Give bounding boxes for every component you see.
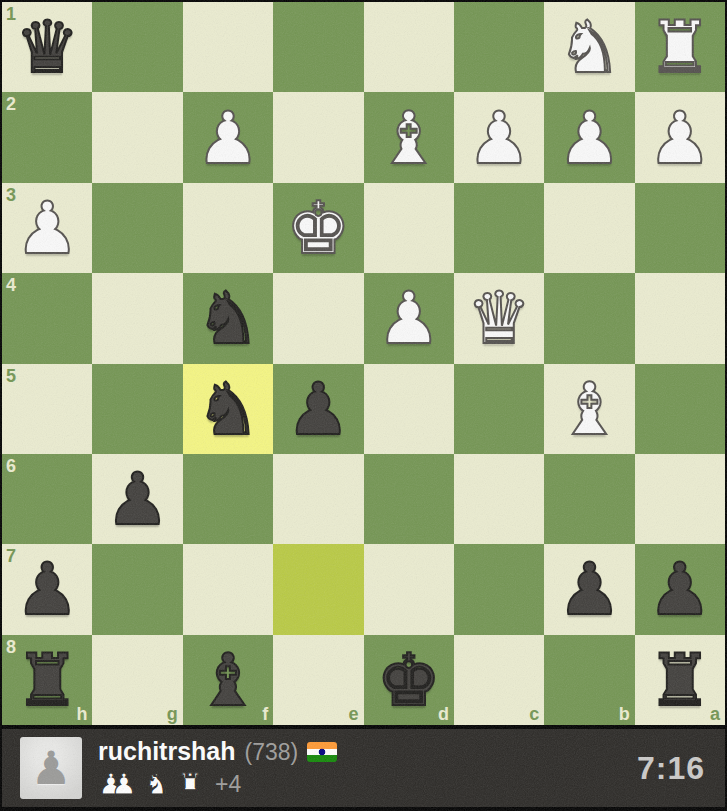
square-g4[interactable] — [92, 273, 182, 363]
square-c2[interactable]: ♟ — [454, 92, 544, 182]
square-f8[interactable]: f♝ — [183, 635, 273, 725]
rank-label-6: 6 — [6, 457, 16, 475]
square-e5[interactable]: ♟ — [273, 364, 363, 454]
square-h4[interactable]: 4 — [2, 273, 92, 363]
square-h6[interactable]: 6 — [2, 454, 92, 544]
square-f2[interactable]: ♟ — [183, 92, 273, 182]
player-rating: (738) — [245, 739, 299, 766]
player-name-row: ruchitrshah (738) — [98, 737, 337, 766]
file-label-e: e — [348, 705, 358, 723]
square-h3[interactable]: 3♟ — [2, 183, 92, 273]
square-a6[interactable] — [635, 454, 725, 544]
square-d7[interactable] — [364, 544, 454, 634]
black-knight[interactable]: ♞ — [183, 364, 273, 454]
square-a2[interactable]: ♟ — [635, 92, 725, 182]
square-a1[interactable]: ♜ — [635, 2, 725, 92]
square-h2[interactable]: 2 — [2, 92, 92, 182]
black-pawn[interactable]: ♟ — [2, 544, 92, 634]
square-g6[interactable]: ♟ — [92, 454, 182, 544]
file-label-c: c — [529, 705, 539, 723]
black-rook[interactable]: ♜ — [2, 635, 92, 725]
material-advantage: +4 — [215, 771, 241, 798]
square-e1[interactable] — [273, 2, 363, 92]
white-pawn[interactable]: ♟ — [635, 92, 725, 182]
square-f3[interactable] — [183, 183, 273, 273]
square-b6[interactable] — [544, 454, 634, 544]
square-f6[interactable] — [183, 454, 273, 544]
square-e6[interactable] — [273, 454, 363, 544]
rank-label-4: 4 — [6, 276, 16, 294]
rank-label-2: 2 — [6, 95, 16, 113]
black-king[interactable]: ♚ — [364, 635, 454, 725]
square-a4[interactable] — [635, 273, 725, 363]
square-f4[interactable]: ♞ — [183, 273, 273, 363]
player-clock: 7:16 — [637, 750, 705, 787]
square-e2[interactable] — [273, 92, 363, 182]
square-d5[interactable] — [364, 364, 454, 454]
captured-pieces: ♟♟♞♜+4 — [98, 769, 337, 799]
rank-label-5: 5 — [6, 367, 16, 385]
black-knight[interactable]: ♞ — [183, 273, 273, 363]
white-queen[interactable]: ♛ — [454, 273, 544, 363]
square-h1[interactable]: 1♛ — [2, 2, 92, 92]
white-rook[interactable]: ♜ — [635, 2, 725, 92]
square-b4[interactable] — [544, 273, 634, 363]
square-e4[interactable] — [273, 273, 363, 363]
square-c1[interactable] — [454, 2, 544, 92]
square-f5[interactable]: ♞ — [183, 364, 273, 454]
square-a8[interactable]: a♜ — [635, 635, 725, 725]
chess-board: 1♛♞♜2♟♝♟♟♟3♟♚4♞♟♛5♞♟♝6♟7♟♟♟8h♜gf♝ed♚cba♜ — [2, 2, 725, 725]
square-d3[interactable] — [364, 183, 454, 273]
black-bishop[interactable]: ♝ — [183, 635, 273, 725]
white-pawn[interactable]: ♟ — [544, 92, 634, 182]
white-bishop[interactable]: ♝ — [544, 364, 634, 454]
square-g1[interactable] — [92, 2, 182, 92]
captured-rook-icon: ♜ — [177, 770, 203, 799]
game-screen: 1♛♞♜2♟♝♟♟♟3♟♚4♞♟♛5♞♟♝6♟7♟♟♟8h♜gf♝ed♚cba♜… — [0, 0, 727, 811]
square-c5[interactable] — [454, 364, 544, 454]
square-f1[interactable] — [183, 2, 273, 92]
player-username[interactable]: ruchitrshah — [98, 737, 236, 766]
square-c8[interactable]: c — [454, 635, 544, 725]
square-a7[interactable]: ♟ — [635, 544, 725, 634]
square-h8[interactable]: 8h♜ — [2, 635, 92, 725]
black-queen[interactable]: ♛ — [2, 2, 92, 92]
square-h5[interactable]: 5 — [2, 364, 92, 454]
square-c6[interactable] — [454, 454, 544, 544]
square-c4[interactable]: ♛ — [454, 273, 544, 363]
captured-pawn-icon: ♟ — [111, 770, 137, 799]
square-e3[interactable]: ♚ — [273, 183, 363, 273]
file-label-g: g — [167, 705, 178, 723]
square-e7[interactable] — [273, 544, 363, 634]
square-f7[interactable] — [183, 544, 273, 634]
white-pawn[interactable]: ♟ — [183, 92, 273, 182]
square-c7[interactable] — [454, 544, 544, 634]
square-g7[interactable] — [92, 544, 182, 634]
white-king[interactable]: ♚ — [273, 183, 363, 273]
square-c3[interactable] — [454, 183, 544, 273]
square-h7[interactable]: 7♟ — [2, 544, 92, 634]
square-d2[interactable]: ♝ — [364, 92, 454, 182]
square-b5[interactable]: ♝ — [544, 364, 634, 454]
square-d8[interactable]: d♚ — [364, 635, 454, 725]
black-pawn[interactable]: ♟ — [544, 544, 634, 634]
white-bishop[interactable]: ♝ — [364, 92, 454, 182]
black-pawn[interactable]: ♟ — [92, 454, 182, 544]
square-d4[interactable]: ♟ — [364, 273, 454, 363]
white-pawn[interactable]: ♟ — [2, 183, 92, 273]
pawn-avatar-icon: ♟ — [30, 745, 71, 791]
square-b7[interactable]: ♟ — [544, 544, 634, 634]
square-a3[interactable] — [635, 183, 725, 273]
white-knight[interactable]: ♞ — [544, 2, 634, 92]
white-pawn[interactable]: ♟ — [454, 92, 544, 182]
black-pawn[interactable]: ♟ — [273, 364, 363, 454]
black-pawn[interactable]: ♟ — [635, 544, 725, 634]
square-b3[interactable] — [544, 183, 634, 273]
player-avatar[interactable]: ♟ — [20, 737, 82, 799]
square-g3[interactable] — [92, 183, 182, 273]
square-g8[interactable]: g — [92, 635, 182, 725]
captured-knight-icon: ♞ — [144, 770, 170, 799]
square-b1[interactable]: ♞ — [544, 2, 634, 92]
square-a5[interactable] — [635, 364, 725, 454]
square-g5[interactable] — [92, 364, 182, 454]
india-flag-icon — [307, 742, 337, 762]
square-g2[interactable] — [92, 92, 182, 182]
square-b2[interactable]: ♟ — [544, 92, 634, 182]
player-info: ruchitrshah (738) ♟♟♞♜+4 — [98, 737, 337, 799]
player-bar: ♟ ruchitrshah (738) ♟♟♞♜+4 7:16 — [2, 729, 725, 807]
square-d1[interactable] — [364, 2, 454, 92]
white-pawn[interactable]: ♟ — [364, 273, 454, 363]
square-d6[interactable] — [364, 454, 454, 544]
file-label-b: b — [619, 705, 630, 723]
square-e8[interactable]: e — [273, 635, 363, 725]
square-b8[interactable]: b — [544, 635, 634, 725]
black-rook[interactable]: ♜ — [635, 635, 725, 725]
